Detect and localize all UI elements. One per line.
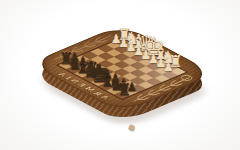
latch-pin bbox=[128, 124, 136, 131]
photo-scene: ARMENIA ♜♞♝♛♚♝♞♜♟♟♟♟♟♟♟♟♟♟♟♟♟♟♟♟♜♞♝♛♚♝♞♜ bbox=[0, 0, 240, 150]
